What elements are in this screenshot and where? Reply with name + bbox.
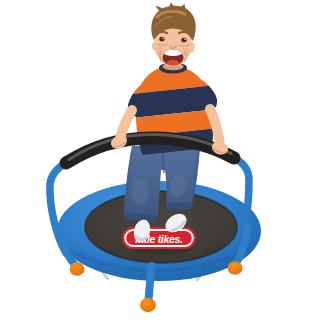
- right-eye-glint: [184, 38, 186, 40]
- brand-logo: little tikes.: [122, 227, 196, 249]
- left-eye-glint: [162, 37, 164, 39]
- jeans-fly-shadow: [163, 152, 164, 172]
- center-leg: [149, 266, 152, 300]
- jeans-cuff-right: [166, 202, 191, 210]
- left-eye: [159, 37, 164, 42]
- jeans-knee-highlight-left: [131, 179, 149, 205]
- left-foot-cap: [70, 262, 85, 276]
- right-eye: [181, 38, 186, 43]
- product-photo: little tikes.: [0, 0, 320, 320]
- hair-tuft-2: [169, 3, 175, 8]
- right-foot-cap: [228, 261, 243, 275]
- blush-right: [183, 48, 191, 56]
- trampoline-scene: little tikes.: [0, 0, 320, 320]
- center-foot-cap: [140, 298, 156, 312]
- jeans-knee-highlight-right: [170, 175, 186, 197]
- boy-head: [151, 3, 195, 68]
